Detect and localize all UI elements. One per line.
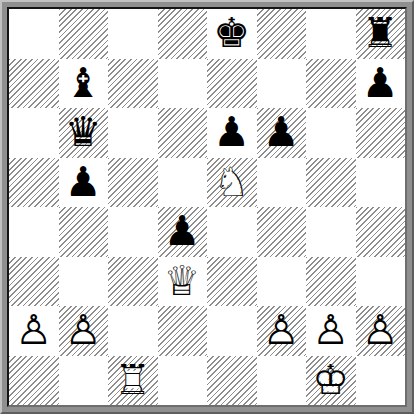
square-f1[interactable]	[257, 356, 307, 406]
square-f7[interactable]	[257, 59, 307, 109]
square-f3[interactable]	[257, 257, 307, 307]
black-king-piece[interactable]: ♚	[207, 9, 257, 59]
square-e6[interactable]: ♟	[207, 108, 257, 158]
board-frame: ♚♜♝♟♛♟♟♟♞♘♟♛♕♟♙♟♙♟♙♟♙♟♙♜♖♚♔	[0, 0, 414, 414]
white-king-piece[interactable]: ♚♔	[306, 356, 356, 406]
square-d6[interactable]	[158, 108, 208, 158]
square-g7[interactable]	[306, 59, 356, 109]
black-pawn-piece[interactable]: ♟	[59, 158, 109, 208]
square-a8[interactable]	[9, 9, 59, 59]
square-a2[interactable]: ♟♙	[9, 306, 59, 356]
white-pawn-piece[interactable]: ♟♙	[59, 306, 109, 356]
square-h1[interactable]	[356, 356, 406, 406]
square-b3[interactable]	[59, 257, 109, 307]
white-pawn-piece[interactable]: ♟♙	[9, 306, 59, 356]
square-f6[interactable]: ♟	[257, 108, 307, 158]
square-f2[interactable]: ♟♙	[257, 306, 307, 356]
square-g2[interactable]: ♟♙	[306, 306, 356, 356]
white-piece-outline-layer: ♙	[356, 306, 406, 356]
black-pawn-piece[interactable]: ♟	[356, 59, 406, 109]
square-b8[interactable]	[59, 9, 109, 59]
square-d1[interactable]	[158, 356, 208, 406]
black-pawn-piece[interactable]: ♟	[207, 108, 257, 158]
white-piece-outline-layer: ♙	[257, 306, 307, 356]
square-g4[interactable]	[306, 207, 356, 257]
white-piece-outline-layer: ♙	[59, 306, 109, 356]
square-g1[interactable]: ♚♔	[306, 356, 356, 406]
square-h5[interactable]	[356, 158, 406, 208]
black-rook-piece[interactable]: ♜	[356, 9, 406, 59]
square-c2[interactable]	[108, 306, 158, 356]
white-pawn-piece[interactable]: ♟♙	[356, 306, 406, 356]
white-knight-piece[interactable]: ♞♘	[207, 158, 257, 208]
square-e8[interactable]: ♚	[207, 9, 257, 59]
square-c7[interactable]	[108, 59, 158, 109]
black-queen-piece[interactable]: ♛	[59, 108, 109, 158]
white-piece-outline-layer: ♙	[9, 306, 59, 356]
square-e3[interactable]	[207, 257, 257, 307]
square-e1[interactable]	[207, 356, 257, 406]
square-a7[interactable]	[9, 59, 59, 109]
square-c5[interactable]	[108, 158, 158, 208]
square-b5[interactable]: ♟	[59, 158, 109, 208]
square-c3[interactable]	[108, 257, 158, 307]
square-h3[interactable]	[356, 257, 406, 307]
square-c8[interactable]	[108, 9, 158, 59]
square-d8[interactable]	[158, 9, 208, 59]
square-b6[interactable]: ♛	[59, 108, 109, 158]
square-e7[interactable]	[207, 59, 257, 109]
white-piece-outline-layer: ♘	[207, 158, 257, 208]
white-rook-piece[interactable]: ♜♖	[108, 356, 158, 406]
square-c4[interactable]	[108, 207, 158, 257]
square-e5[interactable]: ♞♘	[207, 158, 257, 208]
square-b7[interactable]: ♝	[59, 59, 109, 109]
square-b4[interactable]	[59, 207, 109, 257]
square-h6[interactable]	[356, 108, 406, 158]
black-pawn-piece[interactable]: ♟	[158, 207, 208, 257]
square-a1[interactable]	[9, 356, 59, 406]
square-d2[interactable]	[158, 306, 208, 356]
white-queen-piece[interactable]: ♛♕	[158, 257, 208, 307]
square-h8[interactable]: ♜	[356, 9, 406, 59]
square-b1[interactable]	[59, 356, 109, 406]
square-h4[interactable]	[356, 207, 406, 257]
square-a4[interactable]	[9, 207, 59, 257]
square-g6[interactable]	[306, 108, 356, 158]
square-g5[interactable]	[306, 158, 356, 208]
white-piece-outline-layer: ♔	[306, 356, 356, 406]
square-f5[interactable]	[257, 158, 307, 208]
square-g8[interactable]	[306, 9, 356, 59]
square-a6[interactable]	[9, 108, 59, 158]
square-d5[interactable]	[158, 158, 208, 208]
white-pawn-piece[interactable]: ♟♙	[306, 306, 356, 356]
square-h2[interactable]: ♟♙	[356, 306, 406, 356]
square-e2[interactable]	[207, 306, 257, 356]
square-b2[interactable]: ♟♙	[59, 306, 109, 356]
square-h7[interactable]: ♟	[356, 59, 406, 109]
square-c1[interactable]: ♜♖	[108, 356, 158, 406]
square-d3[interactable]: ♛♕	[158, 257, 208, 307]
white-piece-outline-layer: ♙	[306, 306, 356, 356]
board-inner-rim: ♚♜♝♟♛♟♟♟♞♘♟♛♕♟♙♟♙♟♙♟♙♟♙♜♖♚♔	[7, 7, 407, 407]
square-f8[interactable]	[257, 9, 307, 59]
black-pawn-piece[interactable]: ♟	[257, 108, 307, 158]
square-c6[interactable]	[108, 108, 158, 158]
white-pawn-piece[interactable]: ♟♙	[257, 306, 307, 356]
white-piece-outline-layer: ♖	[108, 356, 158, 406]
square-d7[interactable]	[158, 59, 208, 109]
square-a5[interactable]	[9, 158, 59, 208]
chess-board: ♚♜♝♟♛♟♟♟♞♘♟♛♕♟♙♟♙♟♙♟♙♟♙♜♖♚♔	[9, 9, 405, 405]
square-a3[interactable]	[9, 257, 59, 307]
white-piece-outline-layer: ♕	[158, 257, 208, 307]
square-d4[interactable]: ♟	[158, 207, 208, 257]
square-f4[interactable]	[257, 207, 307, 257]
black-bishop-piece[interactable]: ♝	[59, 59, 109, 109]
square-e4[interactable]	[207, 207, 257, 257]
square-g3[interactable]	[306, 257, 356, 307]
